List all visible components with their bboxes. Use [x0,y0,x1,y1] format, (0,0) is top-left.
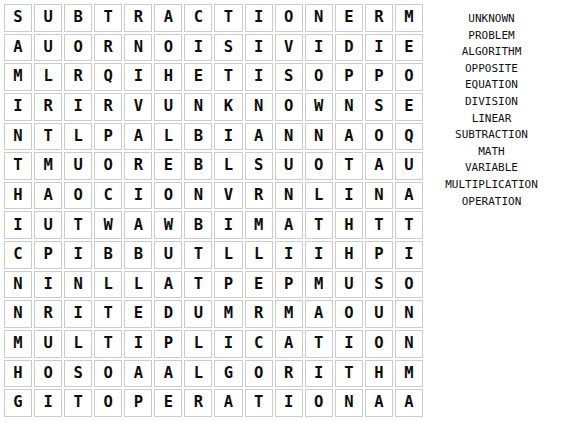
grid-cell[interactable]: D [154,300,182,328]
grid-cell[interactable]: R [184,389,212,417]
grid-cell[interactable]: T [34,123,62,151]
grid-cell[interactable]: U [34,330,62,358]
grid-cell[interactable]: C [245,330,273,358]
grid-cell[interactable]: I [275,241,303,269]
grid-cell[interactable]: L [34,63,62,91]
grid-cell[interactable]: U [335,271,363,299]
grid-cell[interactable]: I [34,271,62,299]
grid-cell[interactable]: A [395,182,423,210]
grid-cell[interactable]: H [335,241,363,269]
grid-cell[interactable]: L [305,182,333,210]
grid-cell[interactable]: E [124,300,152,328]
grid-cell[interactable]: N [124,34,152,62]
grid-cell[interactable]: N [275,123,303,151]
grid-cell[interactable]: H [154,63,182,91]
grid-cell[interactable]: I [64,93,92,121]
grid-cell[interactable]: U [275,152,303,180]
grid-cell[interactable]: H [365,360,393,388]
grid-cell[interactable]: L [184,360,212,388]
grid-cell[interactable]: S [214,34,242,62]
grid-cell[interactable]: N [4,271,32,299]
grid-cell[interactable]: E [154,152,182,180]
grid-cell[interactable]: B [64,4,92,32]
grid-cell[interactable]: M [275,300,303,328]
grid-cell[interactable]: H [335,211,363,239]
grid-cell[interactable]: O [94,360,122,388]
grid-cell[interactable]: M [4,330,32,358]
grid-cell[interactable]: P [365,63,393,91]
grid-cell[interactable]: M [395,4,423,32]
grid-cell[interactable]: N [184,182,212,210]
grid-cell[interactable]: T [94,4,122,32]
grid-cell[interactable]: O [305,389,333,417]
grid-cell[interactable]: O [34,360,62,388]
grid-cell[interactable]: U [154,241,182,269]
grid-cell[interactable]: E [184,63,212,91]
grid-cell[interactable]: T [184,241,212,269]
grid-cell[interactable]: I [335,330,363,358]
grid-cell[interactable]: O [64,34,92,62]
grid-cell[interactable]: L [214,152,242,180]
grid-cell[interactable]: M [4,63,32,91]
grid-cell[interactable]: P [124,389,152,417]
grid-cell[interactable]: A [154,360,182,388]
grid-cell[interactable]: R [245,182,273,210]
grid-cell[interactable]: R [94,34,122,62]
grid-cell[interactable]: U [395,152,423,180]
word-list-item: EQUATION [430,77,553,94]
grid-cell[interactable]: T [214,4,242,32]
grid-cell[interactable]: A [365,389,393,417]
word-list-item: PROBLEM [430,28,553,45]
grid-cell[interactable]: T [4,152,32,180]
grid-cell[interactable]: A [395,389,423,417]
grid-cell[interactable]: U [34,4,62,32]
grid-cell[interactable]: I [214,330,242,358]
grid-cell[interactable]: D [335,34,363,62]
grid-cell[interactable]: L [154,123,182,151]
grid-cell[interactable]: L [94,271,122,299]
grid-cell[interactable]: H [4,360,32,388]
word-list-item: ALGORITHM [430,44,553,61]
grid-cell[interactable]: A [124,123,152,151]
grid-cell[interactable]: T [305,330,333,358]
grid-cell[interactable]: P [94,123,122,151]
grid-cell[interactable]: L [245,241,273,269]
grid-cell[interactable]: Q [395,123,423,151]
word-list: UNKNOWNPROBLEMALGORITHMOPPOSITEEQUATIOND… [430,11,553,210]
grid-cell[interactable]: O [365,123,393,151]
grid-cell[interactable]: E [335,4,363,32]
grid-cell[interactable]: B [124,241,152,269]
grid-cell[interactable]: I [245,63,273,91]
grid-cell[interactable]: L [124,271,152,299]
grid-cell[interactable]: I [305,360,333,388]
grid-cell[interactable]: B [94,241,122,269]
grid-cell[interactable]: E [395,34,423,62]
grid-cell[interactable]: T [395,211,423,239]
grid-cell[interactable]: A [214,389,242,417]
grid-cell[interactable]: N [305,4,333,32]
grid-cell[interactable]: O [154,34,182,62]
grid-cell[interactable]: R [365,4,393,32]
grid-cell[interactable]: N [4,300,32,328]
grid-cell[interactable]: O [275,4,303,32]
grid-cell[interactable]: P [214,271,242,299]
grid-cell[interactable]: I [365,34,393,62]
word-list-item: LINEAR [430,111,553,128]
grid-cell[interactable]: T [335,152,363,180]
grid-cell[interactable]: O [245,360,273,388]
grid-cell[interactable]: E [245,271,273,299]
grid-cell[interactable]: U [34,34,62,62]
grid-cell[interactable]: O [154,182,182,210]
grid-cell[interactable]: M [395,360,423,388]
grid-cell[interactable]: B [184,211,212,239]
grid-cell[interactable]: W [154,211,182,239]
grid-cell[interactable]: M [34,152,62,180]
grid-cell[interactable]: R [124,4,152,32]
grid-cell[interactable]: I [124,63,152,91]
grid-cell[interactable]: P [365,241,393,269]
grid-cell[interactable]: R [64,63,92,91]
grid-cell[interactable]: O [275,93,303,121]
grid-cell[interactable]: A [275,330,303,358]
word-list-item: SUBTRACTION [430,127,553,144]
grid-cell[interactable]: L [214,241,242,269]
grid-cell[interactable]: N [64,271,92,299]
word-list-item: MATH [430,144,553,161]
grid-cell[interactable]: N [305,123,333,151]
grid-cell[interactable]: T [94,330,122,358]
grid-cell[interactable]: A [335,123,363,151]
grid-cell[interactable]: N [395,300,423,328]
grid-cell[interactable]: T [214,63,242,91]
grid-cell[interactable]: I [124,330,152,358]
grid-cell[interactable]: L [64,330,92,358]
grid-cell[interactable]: A [34,182,62,210]
grid-cell[interactable]: O [64,182,92,210]
grid-cell[interactable]: E [154,389,182,417]
grid-cell[interactable]: I [245,34,273,62]
grid-cell[interactable]: I [305,241,333,269]
grid-cell[interactable]: O [365,330,393,358]
grid-cell[interactable]: U [34,211,62,239]
grid-cell[interactable]: T [94,300,122,328]
grid-cell[interactable]: O [335,300,363,328]
word-search-grid: SUBTRACTIONERMAUORNOISIVIDIEMLRQIHETISOP… [4,4,423,417]
grid-cell[interactable]: I [4,93,32,121]
word-list-item: OPERATION [430,194,553,211]
grid-cell[interactable]: H [4,182,32,210]
grid-cell[interactable]: T [335,360,363,388]
grid-cell[interactable]: O [94,389,122,417]
grid-cell[interactable]: N [245,93,273,121]
grid-cell[interactable]: S [275,63,303,91]
grid-cell[interactable]: M [245,211,273,239]
grid-cell[interactable]: N [395,330,423,358]
grid-cell[interactable]: R [124,152,152,180]
grid-cell[interactable]: T [64,211,92,239]
grid-cell[interactable]: I [214,123,242,151]
grid-cell[interactable]: I [214,211,242,239]
grid-cell[interactable]: V [214,182,242,210]
grid-cell[interactable]: C [184,4,212,32]
grid-cell[interactable]: A [365,152,393,180]
grid-cell[interactable]: W [305,93,333,121]
grid-cell[interactable]: R [34,93,62,121]
grid-cell[interactable]: O [305,152,333,180]
grid-cell[interactable]: P [335,63,363,91]
grid-cell[interactable]: A [275,211,303,239]
grid-cell[interactable]: Q [94,63,122,91]
grid-cell[interactable]: K [214,93,242,121]
grid-cell[interactable]: B [184,123,212,151]
grid-cell[interactable]: O [395,63,423,91]
grid-cell[interactable]: A [154,4,182,32]
grid-cell[interactable]: M [305,271,333,299]
grid-cell[interactable]: U [64,152,92,180]
grid-cell[interactable]: A [124,360,152,388]
word-list-item: DIVISION [430,94,553,111]
grid-cell[interactable]: P [34,241,62,269]
grid-cell[interactable]: A [245,123,273,151]
grid-cell[interactable]: I [305,34,333,62]
grid-cell[interactable]: R [94,93,122,121]
grid-cell[interactable]: T [365,211,393,239]
grid-cell[interactable]: C [94,182,122,210]
grid-cell[interactable]: I [245,4,273,32]
grid-cell[interactable]: T [305,211,333,239]
grid-cell[interactable]: R [245,300,273,328]
grid-cell[interactable]: W [94,211,122,239]
grid-cell[interactable]: L [184,330,212,358]
grid-cell[interactable]: A [4,34,32,62]
grid-cell[interactable]: U [365,300,393,328]
grid-cell[interactable]: A [124,211,152,239]
grid-cell[interactable]: I [4,211,32,239]
grid-cell[interactable]: U [154,93,182,121]
grid-cell[interactable]: O [395,271,423,299]
grid-cell[interactable]: S [365,271,393,299]
grid-cell[interactable]: I [335,182,363,210]
grid-cell[interactable]: A [154,271,182,299]
grid-cell[interactable]: N [184,93,212,121]
word-list-item: OPPOSITE [430,61,553,78]
grid-cell[interactable]: C [4,241,32,269]
grid-cell[interactable]: R [275,360,303,388]
grid-cell[interactable]: S [365,93,393,121]
grid-cell[interactable]: R [34,300,62,328]
grid-cell[interactable]: P [154,330,182,358]
grid-cell[interactable]: O [94,152,122,180]
grid-cell[interactable]: B [184,152,212,180]
grid-cell[interactable]: I [275,389,303,417]
grid-cell[interactable]: N [4,123,32,151]
grid-cell[interactable]: U [184,300,212,328]
grid-cell[interactable]: I [64,300,92,328]
grid-cell[interactable]: I [64,241,92,269]
grid-cell[interactable]: S [245,152,273,180]
grid-cell[interactable]: T [64,389,92,417]
grid-cell[interactable]: M [214,300,242,328]
word-list-item: UNKNOWN [430,11,553,28]
word-list-item: MULTIPLICATION [430,177,553,194]
grid-cell[interactable]: N [365,182,393,210]
grid-cell[interactable]: T [245,389,273,417]
grid-cell[interactable]: G [4,389,32,417]
grid-cell[interactable]: I [34,389,62,417]
grid-cell[interactable]: V [275,34,303,62]
grid-cell[interactable]: V [124,93,152,121]
grid-cell[interactable]: N [335,389,363,417]
grid-cell[interactable]: N [335,93,363,121]
grid-cell[interactable]: S [64,360,92,388]
grid-cell[interactable]: G [214,360,242,388]
grid-cell[interactable]: N [275,182,303,210]
grid-cell[interactable]: P [275,271,303,299]
grid-cell[interactable]: T [184,271,212,299]
grid-cell[interactable]: E [395,93,423,121]
grid-cell[interactable]: I [124,182,152,210]
grid-cell[interactable]: A [305,300,333,328]
word-list-item: VARIABLE [430,160,553,177]
grid-cell[interactable]: S [4,4,32,32]
grid-cell[interactable]: I [184,34,212,62]
grid-cell[interactable]: L [64,123,92,151]
grid-cell[interactable]: I [395,241,423,269]
grid-cell[interactable]: O [305,63,333,91]
